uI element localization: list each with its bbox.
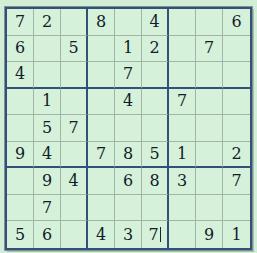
- cell-r5c8[interactable]: [196, 115, 223, 142]
- sudoku-board: 72846651274714757947851294683775643791: [5, 7, 252, 250]
- cell-r1c1[interactable]: 7: [7, 9, 34, 36]
- cell-r4c3[interactable]: [61, 89, 88, 116]
- cell-r7c4[interactable]: [88, 168, 115, 195]
- cell-value: 2: [149, 40, 159, 56]
- cell-r1c6[interactable]: 4: [142, 9, 169, 36]
- cell-r2c7[interactable]: [169, 36, 196, 63]
- cell-r1c8[interactable]: [196, 9, 223, 36]
- cell-r7c9[interactable]: 7: [223, 168, 250, 195]
- cell-r6c3[interactable]: [61, 142, 88, 169]
- cell-value: 2: [231, 146, 241, 162]
- cell-value: 5: [68, 40, 78, 56]
- cell-r8c1[interactable]: [7, 195, 34, 222]
- cell-value: 9: [15, 146, 25, 162]
- cell-r2c4[interactable]: [88, 36, 115, 63]
- cell-value: 4: [123, 93, 133, 109]
- cell-r8c4[interactable]: [88, 195, 115, 222]
- cell-r7c8[interactable]: [196, 168, 223, 195]
- cell-value: 5: [15, 227, 25, 243]
- cell-value: 6: [15, 40, 25, 56]
- text-caret: [160, 227, 161, 242]
- cell-r5c3[interactable]: 7: [61, 115, 88, 142]
- cell-r7c6[interactable]: 8: [142, 168, 169, 195]
- cell-r2c5[interactable]: 1: [115, 36, 142, 63]
- cell-r8c5[interactable]: [115, 195, 142, 222]
- cell-value: 6: [123, 173, 133, 189]
- cell-value: 1: [123, 40, 133, 56]
- cell-r4c7[interactable]: 7: [169, 89, 196, 116]
- cell-r6c8[interactable]: [196, 142, 223, 169]
- cell-r3c3[interactable]: [61, 62, 88, 89]
- cell-r9c7[interactable]: [169, 221, 196, 248]
- cell-value: 3: [177, 173, 187, 189]
- cell-r7c3[interactable]: 4: [61, 168, 88, 195]
- cell-value: 7: [15, 14, 25, 30]
- cell-r1c9[interactable]: 6: [223, 9, 250, 36]
- cell-r9c6[interactable]: 7: [142, 221, 169, 248]
- cell-r4c8[interactable]: [196, 89, 223, 116]
- cell-r3c4[interactable]: [88, 62, 115, 89]
- cell-value: 7: [96, 146, 106, 162]
- cell-r9c8[interactable]: 9: [196, 221, 223, 248]
- cell-value: 4: [15, 66, 25, 82]
- cell-r2c3[interactable]: 5: [61, 36, 88, 63]
- cell-r3c1[interactable]: 4: [7, 62, 34, 89]
- cell-r9c4[interactable]: 4: [88, 221, 115, 248]
- cell-r1c4[interactable]: 8: [88, 9, 115, 36]
- cell-r4c5[interactable]: 4: [115, 89, 142, 116]
- cell-r4c4[interactable]: [88, 89, 115, 116]
- cell-r7c2[interactable]: 9: [34, 168, 61, 195]
- cell-r6c1[interactable]: 9: [7, 142, 34, 169]
- cell-value: 7: [148, 227, 158, 243]
- cell-r5c7[interactable]: [169, 115, 196, 142]
- cell-value: 1: [177, 146, 187, 162]
- cell-r7c1[interactable]: [7, 168, 34, 195]
- cell-r8c9[interactable]: [223, 195, 250, 222]
- cell-r2c6[interactable]: 2: [142, 36, 169, 63]
- cell-r6c4[interactable]: 7: [88, 142, 115, 169]
- cell-value: 4: [68, 173, 78, 189]
- cell-r9c1[interactable]: 5: [7, 221, 34, 248]
- cell-r8c7[interactable]: [169, 195, 196, 222]
- cell-value: 3: [123, 227, 133, 243]
- cell-r4c6[interactable]: [142, 89, 169, 116]
- cell-value: 7: [123, 66, 133, 82]
- cell-r3c6[interactable]: [142, 62, 169, 89]
- cell-r4c9[interactable]: [223, 89, 250, 116]
- cell-value: 7: [42, 200, 52, 216]
- cell-r7c5[interactable]: 6: [115, 168, 142, 195]
- cell-r6c5[interactable]: 8: [115, 142, 142, 169]
- cell-value: 4: [149, 14, 159, 30]
- cell-value: 9: [204, 227, 214, 243]
- cell-r8c6[interactable]: [142, 195, 169, 222]
- cell-value: 7: [68, 120, 78, 136]
- cell-r1c3[interactable]: [61, 9, 88, 36]
- cell-r9c3[interactable]: [61, 221, 88, 248]
- cell-r4c2[interactable]: 1: [34, 89, 61, 116]
- cell-r5c5[interactable]: [115, 115, 142, 142]
- cell-r8c8[interactable]: [196, 195, 223, 222]
- cell-r3c5[interactable]: 7: [115, 62, 142, 89]
- cell-r6c9[interactable]: 2: [223, 142, 250, 169]
- cell-r7c7[interactable]: 3: [169, 168, 196, 195]
- cell-r9c9[interactable]: 1: [223, 221, 250, 248]
- cell-r1c7[interactable]: [169, 9, 196, 36]
- cell-r3c8[interactable]: [196, 62, 223, 89]
- cell-r9c5[interactable]: 3: [115, 221, 142, 248]
- cell-value: 8: [123, 146, 133, 162]
- cell-r8c2[interactable]: 7: [34, 195, 61, 222]
- cell-r2c9[interactable]: [223, 36, 250, 63]
- cell-value: 7: [177, 93, 187, 109]
- cell-r5c1[interactable]: [7, 115, 34, 142]
- cell-value: 6: [42, 227, 52, 243]
- cell-r1c5[interactable]: [115, 9, 142, 36]
- cell-r5c4[interactable]: [88, 115, 115, 142]
- cell-value: 8: [96, 14, 106, 30]
- cell-r5c2[interactable]: 5: [34, 115, 61, 142]
- cell-value: 4: [42, 146, 52, 162]
- cell-r3c2[interactable]: [34, 62, 61, 89]
- cell-r9c2[interactable]: 6: [34, 221, 61, 248]
- cell-r5c9[interactable]: [223, 115, 250, 142]
- cell-value: 8: [149, 173, 159, 189]
- cell-value: 9: [42, 173, 52, 189]
- cell-value: 7: [204, 40, 214, 56]
- cell-r2c8[interactable]: 7: [196, 36, 223, 63]
- cell-r1c2[interactable]: 2: [34, 9, 61, 36]
- cell-value: 5: [149, 146, 159, 162]
- cell-r3c7[interactable]: [169, 62, 196, 89]
- cell-value: 5: [42, 120, 52, 136]
- cell-value: 4: [96, 227, 106, 243]
- cell-r6c2[interactable]: 4: [34, 142, 61, 169]
- cell-value: 1: [231, 227, 241, 243]
- cell-value: 1: [42, 93, 52, 109]
- cell-r2c1[interactable]: 6: [7, 36, 34, 63]
- cell-r2c2[interactable]: [34, 36, 61, 63]
- cell-r5c6[interactable]: [142, 115, 169, 142]
- cell-r4c1[interactable]: [7, 89, 34, 116]
- cell-value: 2: [42, 14, 52, 30]
- cell-r6c7[interactable]: 1: [169, 142, 196, 169]
- cell-r6c6[interactable]: 5: [142, 142, 169, 169]
- cell-r3c9[interactable]: [223, 62, 250, 89]
- cell-value: 6: [231, 14, 241, 30]
- cell-r8c3[interactable]: [61, 195, 88, 222]
- cell-value: 7: [231, 173, 241, 189]
